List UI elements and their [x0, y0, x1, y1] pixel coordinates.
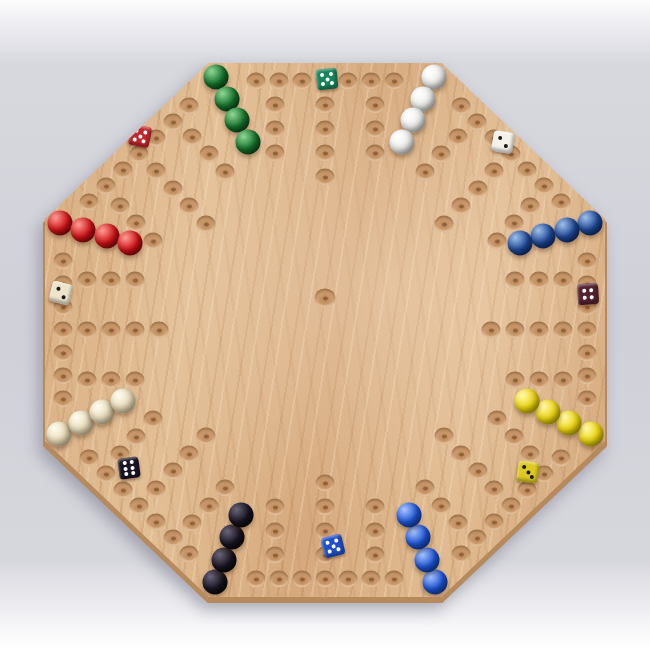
hole[interactable]: [469, 463, 488, 480]
die-green[interactable]: [315, 67, 338, 90]
hole[interactable]: [366, 499, 385, 516]
hole[interactable]: [80, 194, 99, 211]
hole[interactable]: [578, 368, 597, 385]
hole[interactable]: [316, 475, 335, 492]
hole[interactable]: [102, 322, 121, 339]
hole[interactable]: [150, 322, 169, 339]
hole[interactable]: [54, 253, 73, 270]
hole[interactable]: [78, 322, 97, 339]
hole[interactable]: [247, 571, 266, 588]
hole[interactable]: [183, 129, 202, 146]
hole[interactable]: [505, 429, 524, 446]
marble-red[interactable]: [48, 211, 73, 236]
die-pip: [320, 73, 324, 77]
hole[interactable]: [449, 515, 468, 532]
marble-red[interactable]: [118, 231, 143, 256]
hole[interactable]: [180, 446, 199, 463]
die-pip: [134, 129, 139, 134]
hole[interactable]: [452, 446, 471, 463]
marble-black[interactable]: [220, 525, 245, 550]
hole[interactable]: [316, 145, 335, 162]
hole[interactable]: [485, 481, 504, 498]
marble-bright-blue[interactable]: [423, 570, 448, 595]
hole[interactable]: [180, 98, 199, 115]
hole[interactable]: [502, 498, 521, 515]
hole[interactable]: [505, 215, 524, 232]
hole[interactable]: [54, 368, 73, 385]
hole[interactable]: [552, 450, 571, 467]
hole[interactable]: [316, 571, 335, 588]
hole[interactable]: [506, 372, 525, 389]
hole[interactable]: [362, 571, 381, 588]
die-pip: [582, 288, 586, 292]
marble-red[interactable]: [71, 218, 96, 243]
hole[interactable]: [114, 482, 133, 499]
hole[interactable]: [130, 498, 149, 515]
hole[interactable]: [578, 322, 597, 339]
hole[interactable]: [164, 114, 183, 131]
hole[interactable]: [578, 345, 597, 362]
marble-black[interactable]: [229, 503, 254, 528]
marble-white[interactable]: [390, 130, 415, 155]
die-pip: [331, 544, 336, 549]
marble-yellow[interactable]: [579, 422, 604, 447]
hole[interactable]: [266, 499, 285, 516]
hole[interactable]: [468, 114, 487, 131]
hole[interactable]: [366, 145, 385, 162]
board-surface: [45, 63, 605, 597]
hole[interactable]: [102, 372, 121, 389]
die-pip: [321, 81, 325, 85]
hole[interactable]: [554, 372, 573, 389]
hole[interactable]: [293, 571, 312, 588]
hole[interactable]: [339, 73, 358, 90]
die-pip: [130, 460, 135, 465]
die-pip: [325, 541, 330, 546]
hole[interactable]: [293, 73, 312, 90]
hole[interactable]: [126, 322, 145, 339]
marble-yellow[interactable]: [515, 389, 540, 414]
die-pip: [329, 81, 333, 85]
hole[interactable]: [266, 97, 285, 114]
hole[interactable]: [316, 169, 335, 186]
marble-bright-blue[interactable]: [397, 503, 422, 528]
hole[interactable]: [130, 146, 149, 163]
hole[interactable]: [485, 514, 504, 531]
hole[interactable]: [366, 547, 385, 564]
die-red[interactable]: [128, 124, 153, 149]
marble-black[interactable]: [212, 548, 237, 573]
hole[interactable]: [200, 498, 219, 515]
center-hole[interactable]: [315, 289, 336, 308]
hole[interactable]: [54, 345, 73, 362]
hole[interactable]: [54, 391, 73, 408]
hole[interactable]: [164, 181, 183, 198]
hole[interactable]: [521, 198, 540, 215]
die-pip: [334, 538, 339, 543]
hole[interactable]: [554, 272, 573, 289]
hole[interactable]: [482, 322, 501, 339]
hole[interactable]: [78, 372, 97, 389]
die-pip: [522, 465, 527, 470]
hole[interactable]: [54, 322, 73, 339]
hole[interactable]: [127, 429, 146, 446]
hole[interactable]: [97, 178, 116, 195]
marble-dark-blue[interactable]: [578, 211, 603, 236]
die-pip: [328, 549, 333, 554]
hole[interactable]: [452, 198, 471, 215]
die-pip: [526, 470, 531, 475]
hole[interactable]: [147, 514, 166, 531]
hole[interactable]: [97, 466, 116, 483]
hole[interactable]: [468, 530, 487, 547]
hole[interactable]: [114, 162, 133, 179]
die-pip: [336, 547, 341, 552]
hole[interactable]: [266, 523, 285, 540]
hole[interactable]: [416, 164, 435, 181]
die-pip: [329, 72, 333, 76]
hole[interactable]: [530, 272, 549, 289]
marble-green[interactable]: [236, 130, 261, 155]
hole[interactable]: [266, 547, 285, 564]
marble-dark-blue[interactable]: [531, 224, 556, 249]
die-pip: [138, 134, 143, 139]
die-pip: [530, 475, 535, 480]
die-pip: [141, 139, 146, 144]
die-maroon[interactable]: [577, 283, 599, 305]
hole[interactable]: [147, 163, 166, 180]
hole[interactable]: [270, 571, 289, 588]
hole[interactable]: [432, 498, 451, 515]
die-pip: [56, 286, 61, 291]
hole[interactable]: [147, 481, 166, 498]
hole[interactable]: [506, 272, 525, 289]
marble-red[interactable]: [95, 224, 120, 249]
hole[interactable]: [197, 428, 216, 445]
hole[interactable]: [530, 322, 549, 339]
hole[interactable]: [180, 198, 199, 215]
die-pip: [61, 295, 66, 300]
die-pip: [123, 466, 128, 471]
hole[interactable]: [266, 145, 285, 162]
hole[interactable]: [144, 233, 163, 250]
hole[interactable]: [452, 98, 471, 115]
hole[interactable]: [518, 162, 537, 179]
hole[interactable]: [316, 499, 335, 516]
hole[interactable]: [216, 480, 235, 497]
die-pip: [504, 144, 509, 149]
die-pip: [143, 130, 148, 135]
marble-dark-blue[interactable]: [508, 231, 533, 256]
hole[interactable]: [80, 450, 99, 467]
marble-bright-blue[interactable]: [415, 548, 440, 573]
marble-dark-blue[interactable]: [555, 218, 580, 243]
die-pip: [133, 137, 138, 142]
hole[interactable]: [488, 411, 507, 428]
hole[interactable]: [385, 571, 404, 588]
hole[interactable]: [126, 272, 145, 289]
die-white[interactable]: [491, 130, 515, 154]
hole[interactable]: [506, 322, 525, 339]
hole[interactable]: [449, 129, 468, 146]
hole[interactable]: [247, 73, 266, 90]
die-pip: [497, 135, 502, 140]
hole[interactable]: [435, 428, 454, 445]
hole[interactable]: [488, 233, 507, 250]
die-yellow[interactable]: [516, 460, 540, 484]
hole[interactable]: [366, 523, 385, 540]
hole[interactable]: [180, 546, 199, 563]
hole[interactable]: [102, 272, 121, 289]
hole[interactable]: [385, 73, 404, 90]
hole[interactable]: [435, 216, 454, 233]
hole[interactable]: [366, 97, 385, 114]
hole[interactable]: [316, 121, 335, 138]
photo-background: [0, 0, 650, 650]
marble-pearl[interactable]: [111, 389, 136, 414]
die-pip: [131, 465, 136, 470]
hole[interactable]: [518, 482, 537, 499]
die-pip: [131, 470, 136, 475]
hole[interactable]: [535, 178, 554, 195]
hole[interactable]: [552, 194, 571, 211]
aggravation-board: [0, 0, 650, 650]
hole[interactable]: [366, 121, 385, 138]
hole[interactable]: [452, 546, 471, 563]
hole[interactable]: [164, 530, 183, 547]
hole[interactable]: [362, 73, 381, 90]
hole[interactable]: [78, 272, 97, 289]
hole[interactable]: [578, 253, 597, 270]
hole[interactable]: [432, 146, 451, 163]
die-pip: [590, 288, 594, 292]
hole[interactable]: [270, 73, 289, 90]
hole[interactable]: [126, 372, 145, 389]
hole[interactable]: [164, 463, 183, 480]
marble-black[interactable]: [203, 570, 228, 595]
hole[interactable]: [127, 215, 146, 232]
hole[interactable]: [530, 372, 549, 389]
hole[interactable]: [200, 146, 219, 163]
hole[interactable]: [144, 411, 163, 428]
hole[interactable]: [578, 391, 597, 408]
hole[interactable]: [485, 163, 504, 180]
die-blue[interactable]: [320, 533, 345, 558]
hole[interactable]: [111, 198, 130, 215]
hole[interactable]: [197, 216, 216, 233]
marble-bright-blue[interactable]: [406, 525, 431, 550]
die-pip: [325, 77, 329, 81]
die-pip: [582, 296, 586, 300]
die-pip: [122, 461, 127, 466]
hole[interactable]: [266, 121, 285, 138]
hole[interactable]: [316, 97, 335, 114]
hole[interactable]: [469, 181, 488, 198]
hole[interactable]: [416, 480, 435, 497]
hole[interactable]: [183, 515, 202, 532]
die-pip: [123, 471, 128, 476]
die-black[interactable]: [117, 456, 141, 480]
die-pip: [590, 296, 594, 300]
hole[interactable]: [554, 322, 573, 339]
hole[interactable]: [339, 571, 358, 588]
hole[interactable]: [216, 164, 235, 181]
